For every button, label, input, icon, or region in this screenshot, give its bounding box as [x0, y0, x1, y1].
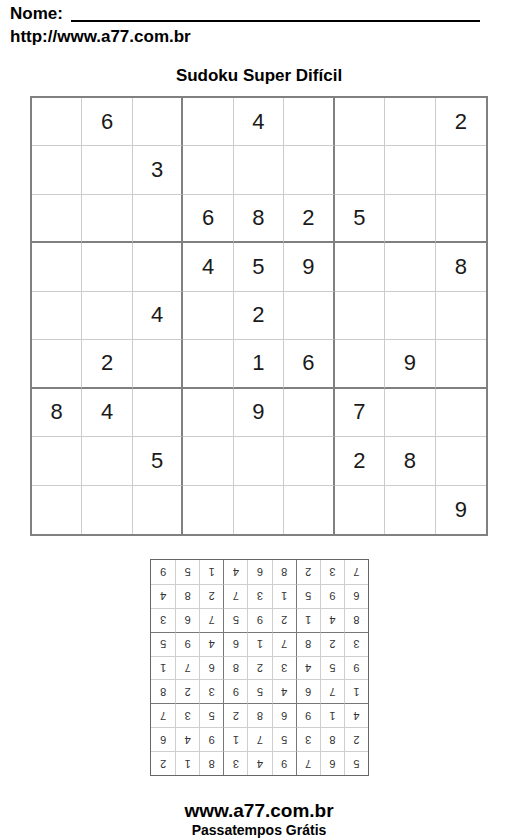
solution-cell-r7c8: 6 — [175, 608, 199, 632]
solution-cell-r4c7: 3 — [199, 679, 223, 703]
solution-cell-r4c9: 8 — [151, 679, 175, 703]
solution-cell-r6c9: 5 — [151, 632, 175, 656]
puzzle-cell-r5c6 — [284, 292, 334, 340]
solution-cell-r3c9: 7 — [151, 703, 175, 727]
solution-cell-r6c7: 4 — [199, 632, 223, 656]
solution-cell-r9c3: 2 — [295, 560, 319, 584]
solution-cell-r1c6: 3 — [223, 751, 247, 775]
site-url: http://www.a77.com.br — [10, 27, 508, 47]
puzzle-cell-r2c6 — [284, 146, 334, 194]
puzzle-cell-r3c7: 5 — [335, 195, 385, 243]
solution-cell-r6c6: 6 — [223, 632, 247, 656]
puzzle-cell-r3c2 — [82, 195, 132, 243]
solution-cell-r9c9: 9 — [151, 560, 175, 584]
solution-cell-r2c2: 8 — [319, 727, 343, 751]
solution-cell-r2c9: 6 — [151, 727, 175, 751]
puzzle-cell-r9c5 — [234, 486, 284, 534]
puzzle-cell-r6c1 — [32, 340, 82, 388]
solution-cell-r4c8: 2 — [175, 679, 199, 703]
page-title: Sudoku Super Difícil — [0, 66, 518, 86]
puzzle-cell-r5c1 — [32, 292, 82, 340]
solution-cell-r9c7: 1 — [199, 560, 223, 584]
footer-site: www.a77.com.br — [0, 799, 518, 822]
name-label: Nome: — [10, 4, 63, 24]
puzzle-cell-r2c4 — [183, 146, 233, 194]
solution-cell-r7c4: 2 — [271, 608, 295, 632]
puzzle-cell-r1c6 — [284, 98, 334, 146]
puzzle-cell-r6c3 — [133, 340, 183, 388]
solution-cell-r5c1: 9 — [343, 656, 367, 680]
solution-cell-r5c9: 1 — [151, 656, 175, 680]
sudoku-grid: 64236825459842216984975289 — [30, 96, 488, 536]
solution-cell-r7c9: 3 — [151, 608, 175, 632]
puzzle-cell-r5c7 — [335, 292, 385, 340]
solution-cell-r5c2: 5 — [319, 656, 343, 680]
solution-cell-r1c2: 6 — [319, 751, 343, 775]
solution-cell-r9c5: 6 — [247, 560, 271, 584]
puzzle-cell-r8c7: 2 — [335, 437, 385, 485]
solution-cell-r1c9: 2 — [151, 751, 175, 775]
solution-cell-r5c6: 8 — [223, 656, 247, 680]
puzzle-cell-r1c2: 6 — [82, 98, 132, 146]
puzzle-cell-r9c3 — [133, 486, 183, 534]
puzzle-cell-r7c8 — [385, 389, 435, 437]
solution-cell-r3c8: 3 — [175, 703, 199, 727]
puzzle-cell-r3c9 — [436, 195, 486, 243]
puzzle-cell-r7c3 — [133, 389, 183, 437]
puzzle-cell-r2c3: 3 — [133, 146, 183, 194]
puzzle-cell-r4c2 — [82, 243, 132, 291]
puzzle-cell-r8c9 — [436, 437, 486, 485]
puzzle-cell-r7c9 — [436, 389, 486, 437]
puzzle-cell-r6c7 — [335, 340, 385, 388]
puzzle-cell-r1c8 — [385, 98, 435, 146]
solution-cell-r3c5: 8 — [247, 703, 271, 727]
solution-cell-r5c7: 6 — [199, 656, 223, 680]
puzzle-cell-r5c8 — [385, 292, 435, 340]
puzzle-cell-r8c5 — [234, 437, 284, 485]
puzzle-cell-r4c4: 4 — [183, 243, 233, 291]
solution-cell-r4c1: 1 — [343, 679, 367, 703]
solution-cell-r4c6: 9 — [223, 679, 247, 703]
solution-cell-r2c3: 3 — [295, 727, 319, 751]
solution-cell-r8c6: 7 — [223, 584, 247, 608]
solution-grid: 5679438122835719464196825371764593289543… — [150, 559, 369, 776]
solution-cell-r8c3: 5 — [295, 584, 319, 608]
puzzle-cell-r9c6 — [284, 486, 334, 534]
solution-cell-r8c7: 2 — [199, 584, 223, 608]
puzzle-cell-r5c3: 4 — [133, 292, 183, 340]
puzzle-cell-r2c1 — [32, 146, 82, 194]
solution-cell-r1c8: 1 — [175, 751, 199, 775]
puzzle-cell-r5c9 — [436, 292, 486, 340]
puzzle-cell-r1c3 — [133, 98, 183, 146]
solution-cell-r1c5: 4 — [247, 751, 271, 775]
puzzle-cell-r3c6: 2 — [284, 195, 334, 243]
solution-cell-r8c9: 4 — [151, 584, 175, 608]
solution-cell-r8c5: 3 — [247, 584, 271, 608]
puzzle-cell-r7c4 — [183, 389, 233, 437]
solution-cell-r2c7: 9 — [199, 727, 223, 751]
puzzle-cell-r5c5: 2 — [234, 292, 284, 340]
puzzle-cell-r5c4 — [183, 292, 233, 340]
solution-cell-r7c2: 4 — [319, 608, 343, 632]
puzzle-cell-r3c4: 6 — [183, 195, 233, 243]
solution-cell-r6c2: 2 — [319, 632, 343, 656]
puzzle-cell-r1c1 — [32, 98, 82, 146]
solution-cell-r8c1: 6 — [343, 584, 367, 608]
puzzle-cell-r7c2: 4 — [82, 389, 132, 437]
solution-cell-r6c8: 9 — [175, 632, 199, 656]
puzzle-cell-r8c8: 8 — [385, 437, 435, 485]
puzzle-cell-r6c6: 6 — [284, 340, 334, 388]
name-blank-line — [71, 6, 480, 22]
puzzle-cell-r7c6 — [284, 389, 334, 437]
puzzle-cell-r6c2: 2 — [82, 340, 132, 388]
puzzle-cell-r9c7 — [335, 486, 385, 534]
solution-cell-r2c4: 5 — [271, 727, 295, 751]
puzzle-cell-r8c6 — [284, 437, 334, 485]
solution-cell-r7c6: 5 — [223, 608, 247, 632]
puzzle-cell-r4c8 — [385, 243, 435, 291]
puzzle-cell-r5c2 — [82, 292, 132, 340]
name-row: Nome: — [10, 4, 508, 24]
solution-cell-r4c3: 6 — [295, 679, 319, 703]
solution-cell-r4c4: 4 — [271, 679, 295, 703]
puzzle-cell-r2c5 — [234, 146, 284, 194]
puzzle-cell-r7c7: 7 — [335, 389, 385, 437]
solution-cell-r3c2: 1 — [319, 703, 343, 727]
puzzle-cell-r2c7 — [335, 146, 385, 194]
solution-cell-r5c5: 2 — [247, 656, 271, 680]
solution-cell-r1c7: 8 — [199, 751, 223, 775]
page: Nome: http://www.a77.com.br Sudoku Super… — [0, 0, 518, 840]
solution-cell-r3c1: 4 — [343, 703, 367, 727]
puzzle-cell-r4c1 — [32, 243, 82, 291]
solution-cell-r8c8: 8 — [175, 584, 199, 608]
puzzle-cell-r3c3 — [133, 195, 183, 243]
puzzle-cell-r7c5: 9 — [234, 389, 284, 437]
puzzle-cell-r1c5: 4 — [234, 98, 284, 146]
puzzle-cell-r8c3: 5 — [133, 437, 183, 485]
puzzle-cell-r3c8 — [385, 195, 435, 243]
solution-cell-r8c4: 1 — [271, 584, 295, 608]
puzzle-cell-r1c9: 2 — [436, 98, 486, 146]
solution-cell-r6c1: 3 — [343, 632, 367, 656]
puzzle-cell-r9c4 — [183, 486, 233, 534]
puzzle-cell-r9c1 — [32, 486, 82, 534]
solution-cell-r5c8: 7 — [175, 656, 199, 680]
puzzle-cell-r2c8 — [385, 146, 435, 194]
puzzle-cell-r9c8 — [385, 486, 435, 534]
puzzle-cell-r1c4 — [183, 98, 233, 146]
puzzle-cell-r6c5: 1 — [234, 340, 284, 388]
solution-cell-r4c2: 7 — [319, 679, 343, 703]
puzzle-cell-r8c4 — [183, 437, 233, 485]
solution-cell-r4c5: 5 — [247, 679, 271, 703]
puzzle-cell-r9c9: 9 — [436, 486, 486, 534]
solution-cell-r9c4: 8 — [271, 560, 295, 584]
header: Nome: http://www.a77.com.br — [0, 0, 518, 47]
puzzle-cell-r2c9 — [436, 146, 486, 194]
solution-cell-r6c4: 7 — [271, 632, 295, 656]
solution-cell-r2c6: 1 — [223, 727, 247, 751]
solution-cell-r7c7: 7 — [199, 608, 223, 632]
puzzle-cell-r7c1: 8 — [32, 389, 82, 437]
puzzle-cell-r8c2 — [82, 437, 132, 485]
solution-cell-r3c4: 6 — [271, 703, 295, 727]
solution-cell-r5c3: 4 — [295, 656, 319, 680]
puzzle-cell-r3c5: 8 — [234, 195, 284, 243]
puzzle-cell-r4c6: 9 — [284, 243, 334, 291]
solution-cell-r7c1: 8 — [343, 608, 367, 632]
solution-cell-r6c3: 8 — [295, 632, 319, 656]
puzzle-cell-r6c4 — [183, 340, 233, 388]
solution-cell-r8c2: 9 — [319, 584, 343, 608]
solution-cell-r6c5: 1 — [247, 632, 271, 656]
solution-cell-r2c5: 7 — [247, 727, 271, 751]
footer: www.a77.com.br Passatempos Grátis — [0, 799, 518, 839]
puzzle-cell-r4c5: 5 — [234, 243, 284, 291]
solution-cell-r5c4: 3 — [271, 656, 295, 680]
solution-cell-r7c5: 9 — [247, 608, 271, 632]
solution-cell-r1c3: 7 — [295, 751, 319, 775]
footer-tagline: Passatempos Grátis — [0, 822, 518, 839]
puzzle-cell-r1c7 — [335, 98, 385, 146]
puzzle-cell-r4c7 — [335, 243, 385, 291]
solution-cell-r7c3: 1 — [295, 608, 319, 632]
puzzle-cell-r6c8: 9 — [385, 340, 435, 388]
puzzle-cell-r9c2 — [82, 486, 132, 534]
puzzle-cell-r2c2 — [82, 146, 132, 194]
puzzle-cell-r3c1 — [32, 195, 82, 243]
puzzle-cell-r4c3 — [133, 243, 183, 291]
solution-cell-r9c2: 3 — [319, 560, 343, 584]
puzzle-cell-r4c9: 8 — [436, 243, 486, 291]
solution-cell-r3c7: 5 — [199, 703, 223, 727]
solution-cell-r9c6: 4 — [223, 560, 247, 584]
solution-cell-r3c6: 2 — [223, 703, 247, 727]
solution-cell-r2c8: 4 — [175, 727, 199, 751]
solution-cell-r1c1: 5 — [343, 751, 367, 775]
solution-cell-r1c4: 9 — [271, 751, 295, 775]
puzzle-cell-r6c9 — [436, 340, 486, 388]
puzzle-cell-r8c1 — [32, 437, 82, 485]
solution-cell-r2c1: 2 — [343, 727, 367, 751]
solution-cell-r3c3: 9 — [295, 703, 319, 727]
solution-cell-r9c1: 7 — [343, 560, 367, 584]
solution-cell-r9c8: 5 — [175, 560, 199, 584]
